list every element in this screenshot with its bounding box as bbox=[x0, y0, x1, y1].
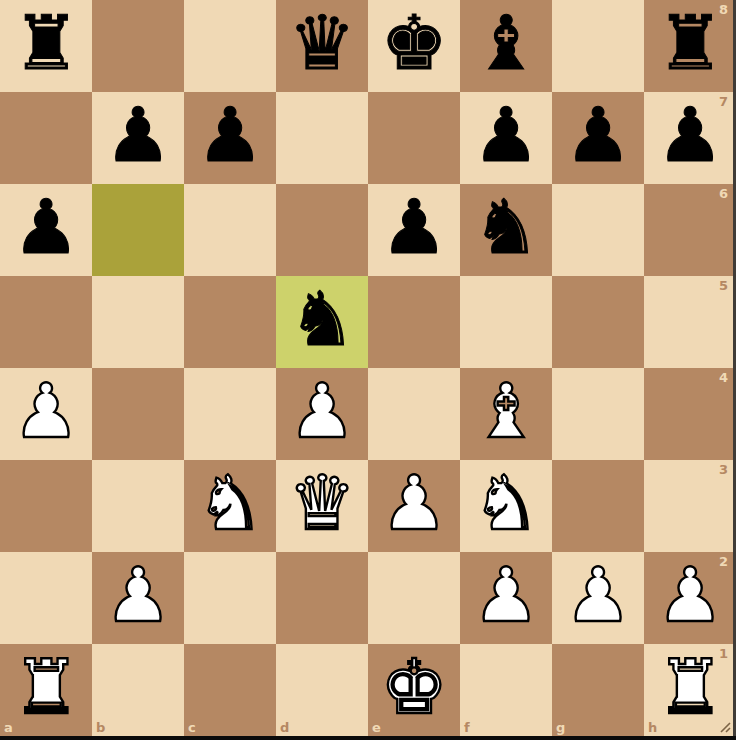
piece-black-pawn[interactable]: ♟ bbox=[460, 89, 552, 181]
square-h3[interactable] bbox=[644, 460, 736, 552]
square-c1[interactable] bbox=[184, 644, 276, 736]
square-a7[interactable] bbox=[0, 92, 92, 184]
square-c5[interactable] bbox=[184, 276, 276, 368]
square-a4[interactable]: ♟ bbox=[0, 368, 92, 460]
square-d6[interactable] bbox=[276, 184, 368, 276]
square-f7[interactable]: ♟ bbox=[460, 92, 552, 184]
piece-black-knight[interactable]: ♞ bbox=[276, 273, 368, 365]
square-h6[interactable] bbox=[644, 184, 736, 276]
square-g5[interactable] bbox=[552, 276, 644, 368]
square-a6[interactable]: ♟ bbox=[0, 184, 92, 276]
square-d1[interactable] bbox=[276, 644, 368, 736]
square-a5[interactable] bbox=[0, 276, 92, 368]
square-b1[interactable] bbox=[92, 644, 184, 736]
piece-black-knight[interactable]: ♞ bbox=[460, 181, 552, 273]
square-e1[interactable]: ♚ bbox=[368, 644, 460, 736]
square-c4[interactable] bbox=[184, 368, 276, 460]
piece-black-pawn[interactable]: ♟ bbox=[552, 89, 644, 181]
square-c8[interactable] bbox=[184, 0, 276, 92]
piece-white-knight[interactable]: ♞ bbox=[184, 457, 276, 549]
piece-black-pawn[interactable]: ♟ bbox=[92, 89, 184, 181]
square-h4[interactable] bbox=[644, 368, 736, 460]
square-h8[interactable]: ♜ bbox=[644, 0, 736, 92]
square-g8[interactable] bbox=[552, 0, 644, 92]
square-b6[interactable] bbox=[92, 184, 184, 276]
square-c2[interactable] bbox=[184, 552, 276, 644]
square-h5[interactable] bbox=[644, 276, 736, 368]
square-g3[interactable] bbox=[552, 460, 644, 552]
chess-board: ♜♛♚♝♜♟♟♟♟♟♟♟♞♞♟♟♝♞♛♟♞♟♟♟♟♜♚♜87654321abcd… bbox=[0, 0, 736, 736]
piece-black-bishop[interactable]: ♝ bbox=[460, 0, 552, 89]
square-b8[interactable] bbox=[92, 0, 184, 92]
square-f1[interactable] bbox=[460, 644, 552, 736]
square-h7[interactable]: ♟ bbox=[644, 92, 736, 184]
square-b5[interactable] bbox=[92, 276, 184, 368]
square-e4[interactable] bbox=[368, 368, 460, 460]
square-f6[interactable]: ♞ bbox=[460, 184, 552, 276]
board-bottom-edge bbox=[0, 736, 736, 740]
square-h2[interactable]: ♟ bbox=[644, 552, 736, 644]
square-d4[interactable]: ♟ bbox=[276, 368, 368, 460]
piece-white-pawn[interactable]: ♟ bbox=[92, 549, 184, 641]
square-a2[interactable] bbox=[0, 552, 92, 644]
square-b3[interactable] bbox=[92, 460, 184, 552]
square-e6[interactable]: ♟ bbox=[368, 184, 460, 276]
square-f3[interactable]: ♞ bbox=[460, 460, 552, 552]
piece-white-rook[interactable]: ♜ bbox=[0, 641, 92, 733]
square-g7[interactable]: ♟ bbox=[552, 92, 644, 184]
piece-white-pawn[interactable]: ♟ bbox=[276, 365, 368, 457]
square-c6[interactable] bbox=[184, 184, 276, 276]
square-g1[interactable] bbox=[552, 644, 644, 736]
piece-white-knight[interactable]: ♞ bbox=[460, 457, 552, 549]
square-d5[interactable]: ♞ bbox=[276, 276, 368, 368]
square-f2[interactable]: ♟ bbox=[460, 552, 552, 644]
piece-white-queen[interactable]: ♛ bbox=[276, 457, 368, 549]
square-f8[interactable]: ♝ bbox=[460, 0, 552, 92]
board-resize-handle[interactable] bbox=[718, 720, 731, 733]
chess-board-container: ♜♛♚♝♜♟♟♟♟♟♟♟♞♞♟♟♝♞♛♟♞♟♟♟♟♜♚♜87654321abcd… bbox=[0, 0, 736, 740]
square-e2[interactable] bbox=[368, 552, 460, 644]
piece-white-pawn[interactable]: ♟ bbox=[368, 457, 460, 549]
piece-white-king[interactable]: ♚ bbox=[368, 641, 460, 733]
square-f4[interactable]: ♝ bbox=[460, 368, 552, 460]
piece-black-rook[interactable]: ♜ bbox=[0, 0, 92, 89]
square-f5[interactable] bbox=[460, 276, 552, 368]
square-b4[interactable] bbox=[92, 368, 184, 460]
piece-white-pawn[interactable]: ♟ bbox=[644, 549, 736, 641]
square-g4[interactable] bbox=[552, 368, 644, 460]
piece-black-queen[interactable]: ♛ bbox=[276, 0, 368, 89]
piece-white-pawn[interactable]: ♟ bbox=[460, 549, 552, 641]
piece-white-pawn[interactable]: ♟ bbox=[0, 365, 92, 457]
square-c7[interactable]: ♟ bbox=[184, 92, 276, 184]
square-a1[interactable]: ♜ bbox=[0, 644, 92, 736]
piece-black-pawn[interactable]: ♟ bbox=[368, 181, 460, 273]
piece-black-pawn[interactable]: ♟ bbox=[644, 89, 736, 181]
square-g6[interactable] bbox=[552, 184, 644, 276]
square-a8[interactable]: ♜ bbox=[0, 0, 92, 92]
piece-black-rook[interactable]: ♜ bbox=[644, 0, 736, 89]
square-g2[interactable]: ♟ bbox=[552, 552, 644, 644]
piece-white-pawn[interactable]: ♟ bbox=[552, 549, 644, 641]
piece-black-pawn[interactable]: ♟ bbox=[0, 181, 92, 273]
square-b7[interactable]: ♟ bbox=[92, 92, 184, 184]
square-d8[interactable]: ♛ bbox=[276, 0, 368, 92]
piece-black-pawn[interactable]: ♟ bbox=[184, 89, 276, 181]
square-d2[interactable] bbox=[276, 552, 368, 644]
square-e5[interactable] bbox=[368, 276, 460, 368]
square-b2[interactable]: ♟ bbox=[92, 552, 184, 644]
piece-white-bishop[interactable]: ♝ bbox=[460, 365, 552, 457]
square-d7[interactable] bbox=[276, 92, 368, 184]
square-e3[interactable]: ♟ bbox=[368, 460, 460, 552]
square-c3[interactable]: ♞ bbox=[184, 460, 276, 552]
square-a3[interactable] bbox=[0, 460, 92, 552]
square-d3[interactable]: ♛ bbox=[276, 460, 368, 552]
square-e8[interactable]: ♚ bbox=[368, 0, 460, 92]
piece-black-king[interactable]: ♚ bbox=[368, 0, 460, 89]
square-e7[interactable] bbox=[368, 92, 460, 184]
